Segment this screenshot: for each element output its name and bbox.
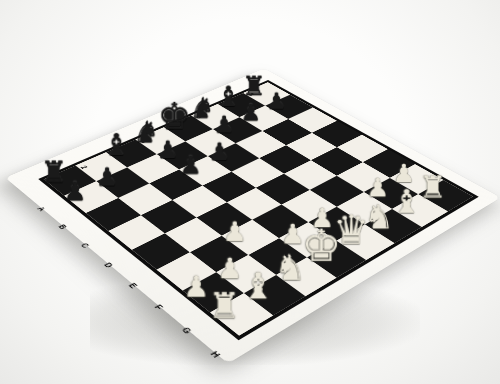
square-d4[interactable] [202,172,255,203]
vinyl-chess-mat: ♜♟♟♜♝♟♟♝♞♟♞♚♟♟♛♞♟♟♟♚♝♟♞♟♟♝♜♟♟♜ 87654321 … [5,68,500,363]
piece-black-bishop-a3[interactable]: ♝ [98,130,135,160]
chess-board-grid: ♜♟♟♜♝♟♟♝♞♟♞♚♟♟♛♞♟♟♟♚♝♟♞♟♟♝♜♟♟♜ [38,80,479,340]
file-label-B: B [56,224,68,231]
photo-scene: ♜♟♟♜♝♟♟♝♞♟♞♚♟♟♛♞♟♟♟♚♝♟♞♟♟♝♜♟♟♜ 87654321 … [0,0,500,384]
piece-black-pawn-b1[interactable]: ♟ [55,179,94,205]
piece-white-pawn-f3[interactable]: ♟ [214,218,255,245]
file-label-C: C [79,242,91,249]
file-label-H: H [208,350,222,359]
file-label-A: A [35,206,47,213]
file-label-G: G [179,326,193,335]
file-label-E: E [126,282,138,290]
piece-black-pawn-b6[interactable]: ♟ [206,113,241,136]
file-label-D: D [102,262,114,270]
piece-white-rook-h1[interactable]: ♜ [202,288,247,324]
file-label-F: F [152,303,164,311]
piece-black-pawn-c4[interactable]: ♟ [172,153,209,178]
